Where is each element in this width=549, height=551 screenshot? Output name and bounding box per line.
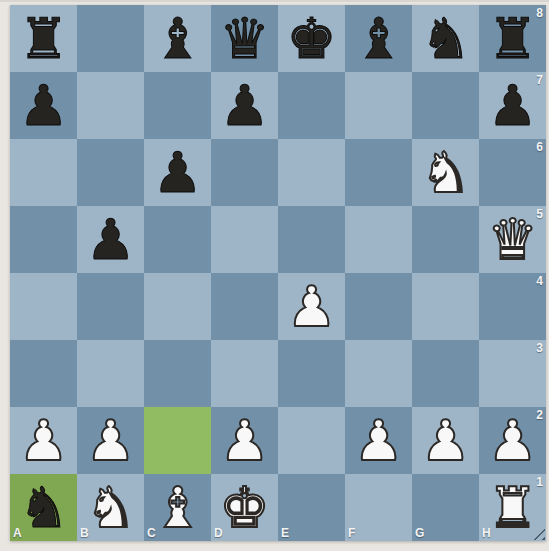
square-c6[interactable]: ♟ [144,139,211,206]
square-h6[interactable]: 6 [479,139,546,206]
piece-black-king[interactable]: ♚ [286,11,336,67]
square-a2[interactable]: ♟ [10,407,77,474]
page-top-edge [0,0,549,2]
piece-white-pawn[interactable]: ♟ [85,413,135,469]
piece-white-pawn[interactable]: ♟ [286,279,336,335]
square-h4[interactable]: 4 [479,273,546,340]
square-a8[interactable]: ♜ [10,5,77,72]
rank-label-3: 3 [536,341,543,355]
square-g6[interactable]: ♞ [412,139,479,206]
square-h5[interactable]: 5♛ [479,206,546,273]
square-h3[interactable]: 3 [479,340,546,407]
piece-black-rook[interactable]: ♜ [487,11,537,67]
square-g8[interactable]: ♞ [412,5,479,72]
piece-black-pawn[interactable]: ♟ [85,212,135,268]
piece-white-king[interactable]: ♚ [219,480,269,536]
square-g3[interactable] [412,340,479,407]
piece-white-pawn[interactable]: ♟ [18,413,68,469]
square-b5[interactable]: ♟ [77,206,144,273]
square-b7[interactable] [77,72,144,139]
square-e4[interactable]: ♟ [278,273,345,340]
piece-black-bishop[interactable]: ♝ [152,11,202,67]
square-f4[interactable] [345,273,412,340]
piece-white-knight[interactable]: ♞ [85,480,135,536]
piece-black-knight[interactable]: ♞ [18,480,68,536]
square-c8[interactable]: ♝ [144,5,211,72]
square-d1[interactable]: D♚ [211,474,278,541]
square-c1[interactable]: C♝ [144,474,211,541]
square-d8[interactable]: ♛ [211,5,278,72]
piece-black-rook[interactable]: ♜ [18,11,68,67]
square-f2[interactable]: ♟ [345,407,412,474]
square-e2[interactable] [278,407,345,474]
square-d2[interactable]: ♟ [211,407,278,474]
file-label-G: G [415,526,424,540]
square-f3[interactable] [345,340,412,407]
piece-black-pawn[interactable]: ♟ [487,78,537,134]
square-d6[interactable] [211,139,278,206]
piece-white-pawn[interactable]: ♟ [353,413,403,469]
square-c2[interactable] [144,407,211,474]
piece-white-pawn[interactable]: ♟ [219,413,269,469]
piece-white-pawn[interactable]: ♟ [420,413,470,469]
piece-black-pawn[interactable]: ♟ [18,78,68,134]
square-h1[interactable]: 1H♜ [479,474,546,541]
piece-white-pawn[interactable]: ♟ [487,413,537,469]
piece-white-bishop[interactable]: ♝ [152,480,202,536]
square-b6[interactable] [77,139,144,206]
square-a6[interactable] [10,139,77,206]
square-h2[interactable]: 2♟ [479,407,546,474]
square-g7[interactable] [412,72,479,139]
square-d5[interactable] [211,206,278,273]
square-b8[interactable] [77,5,144,72]
square-h8[interactable]: 8♜ [479,5,546,72]
square-e1[interactable]: E [278,474,345,541]
square-c7[interactable] [144,72,211,139]
chess-board: ♜♝♛♚♝♞8♜♟♟7♟♟♞6♟5♛♟43♟♟♟♟♟2♟A♞B♞C♝D♚EFG1… [10,5,546,541]
square-a1[interactable]: A♞ [10,474,77,541]
square-g5[interactable] [412,206,479,273]
piece-black-pawn[interactable]: ♟ [152,145,202,201]
piece-black-bishop[interactable]: ♝ [353,11,403,67]
square-g1[interactable]: G [412,474,479,541]
rank-label-6: 6 [536,140,543,154]
piece-black-queen[interactable]: ♛ [219,11,269,67]
square-a5[interactable] [10,206,77,273]
square-e5[interactable] [278,206,345,273]
piece-white-queen[interactable]: ♛ [487,212,537,268]
square-e3[interactable] [278,340,345,407]
rank-label-4: 4 [536,274,543,288]
square-b3[interactable] [77,340,144,407]
square-b1[interactable]: B♞ [77,474,144,541]
square-f7[interactable] [345,72,412,139]
square-f8[interactable]: ♝ [345,5,412,72]
square-e6[interactable] [278,139,345,206]
piece-black-pawn[interactable]: ♟ [219,78,269,134]
square-g4[interactable] [412,273,479,340]
square-d4[interactable] [211,273,278,340]
square-e7[interactable] [278,72,345,139]
square-c4[interactable] [144,273,211,340]
file-label-F: F [348,526,355,540]
piece-black-knight[interactable]: ♞ [420,11,470,67]
square-d3[interactable] [211,340,278,407]
square-c3[interactable] [144,340,211,407]
square-c5[interactable] [144,206,211,273]
piece-white-knight[interactable]: ♞ [420,145,470,201]
square-f6[interactable] [345,139,412,206]
square-h7[interactable]: 7♟ [479,72,546,139]
square-d7[interactable]: ♟ [211,72,278,139]
square-g2[interactable]: ♟ [412,407,479,474]
square-a3[interactable] [10,340,77,407]
square-a4[interactable] [10,273,77,340]
square-f1[interactable]: F [345,474,412,541]
square-e8[interactable]: ♚ [278,5,345,72]
square-f5[interactable] [345,206,412,273]
file-label-E: E [281,526,289,540]
piece-white-rook[interactable]: ♜ [487,480,537,536]
square-b2[interactable]: ♟ [77,407,144,474]
square-b4[interactable] [77,273,144,340]
square-a7[interactable]: ♟ [10,72,77,139]
